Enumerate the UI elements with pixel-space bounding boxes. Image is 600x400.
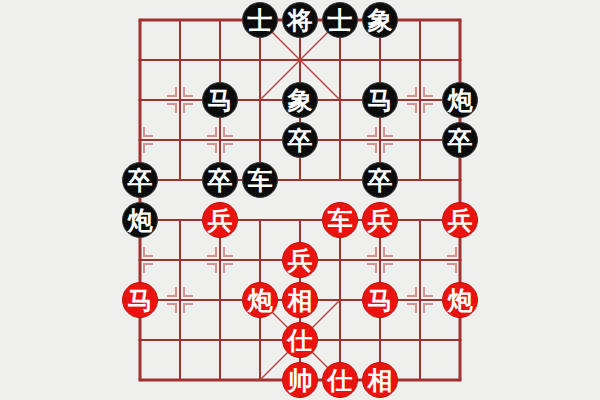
piece-black-卒[interactable]: 卒 (122, 162, 158, 198)
piece-red-马[interactable]: 马 (362, 282, 398, 318)
star-mark (207, 127, 216, 136)
piece-black-炮[interactable]: 炮 (442, 82, 478, 118)
star-mark (144, 127, 153, 136)
piece-red-车[interactable]: 车 (322, 202, 358, 238)
star-mark (424, 87, 433, 96)
piece-red-帅[interactable]: 帅 (282, 362, 318, 398)
piece-red-兵[interactable]: 兵 (442, 202, 478, 238)
star-mark (184, 104, 193, 113)
piece-red-兵[interactable]: 兵 (202, 202, 238, 238)
star-mark (384, 127, 393, 136)
star-mark (207, 264, 216, 273)
piece-red-兵[interactable]: 兵 (282, 242, 318, 278)
star-mark (407, 87, 416, 96)
star-mark (424, 104, 433, 113)
star-mark (167, 304, 176, 313)
piece-black-象[interactable]: 象 (362, 2, 398, 38)
star-mark (167, 104, 176, 113)
piece-black-象[interactable]: 象 (282, 82, 318, 118)
star-mark (167, 287, 176, 296)
piece-red-仕[interactable]: 仕 (282, 322, 318, 358)
star-mark (367, 127, 376, 136)
piece-black-马[interactable]: 马 (202, 82, 238, 118)
star-mark (384, 264, 393, 273)
star-mark (224, 144, 233, 153)
piece-red-炮[interactable]: 炮 (242, 282, 278, 318)
star-mark (367, 144, 376, 153)
piece-red-仕[interactable]: 仕 (322, 362, 358, 398)
star-mark (367, 247, 376, 256)
piece-black-士[interactable]: 士 (322, 2, 358, 38)
xiangqi-board[interactable]: 士将士象马象马炮卒卒卒卒车卒炮兵车兵兵兵马炮相马炮仕帅仕相 (0, 0, 600, 400)
piece-black-马[interactable]: 马 (362, 82, 398, 118)
star-mark (367, 264, 376, 273)
star-mark (424, 304, 433, 313)
star-mark (447, 264, 456, 273)
star-mark (424, 287, 433, 296)
piece-black-卒[interactable]: 卒 (202, 162, 238, 198)
piece-black-卒[interactable]: 卒 (442, 122, 478, 158)
piece-black-士[interactable]: 士 (242, 2, 278, 38)
piece-red-相[interactable]: 相 (362, 362, 398, 398)
star-mark (184, 87, 193, 96)
piece-black-卒[interactable]: 卒 (282, 122, 318, 158)
star-mark (224, 264, 233, 273)
piece-red-兵[interactable]: 兵 (362, 202, 398, 238)
star-mark (447, 247, 456, 256)
piece-red-炮[interactable]: 炮 (442, 282, 478, 318)
star-mark (207, 144, 216, 153)
star-mark (384, 144, 393, 153)
piece-red-相[interactable]: 相 (282, 282, 318, 318)
star-mark (224, 247, 233, 256)
star-mark (407, 104, 416, 113)
star-mark (224, 127, 233, 136)
star-mark (144, 264, 153, 273)
star-mark (167, 87, 176, 96)
piece-black-炮[interactable]: 炮 (122, 202, 158, 238)
star-mark (144, 144, 153, 153)
star-mark (384, 247, 393, 256)
star-mark (184, 287, 193, 296)
star-mark (207, 247, 216, 256)
star-mark (407, 304, 416, 313)
piece-black-将[interactable]: 将 (282, 2, 318, 38)
piece-black-卒[interactable]: 卒 (362, 162, 398, 198)
star-mark (144, 247, 153, 256)
piece-red-马[interactable]: 马 (122, 282, 158, 318)
star-mark (184, 304, 193, 313)
star-mark (407, 287, 416, 296)
piece-black-车[interactable]: 车 (242, 162, 278, 198)
